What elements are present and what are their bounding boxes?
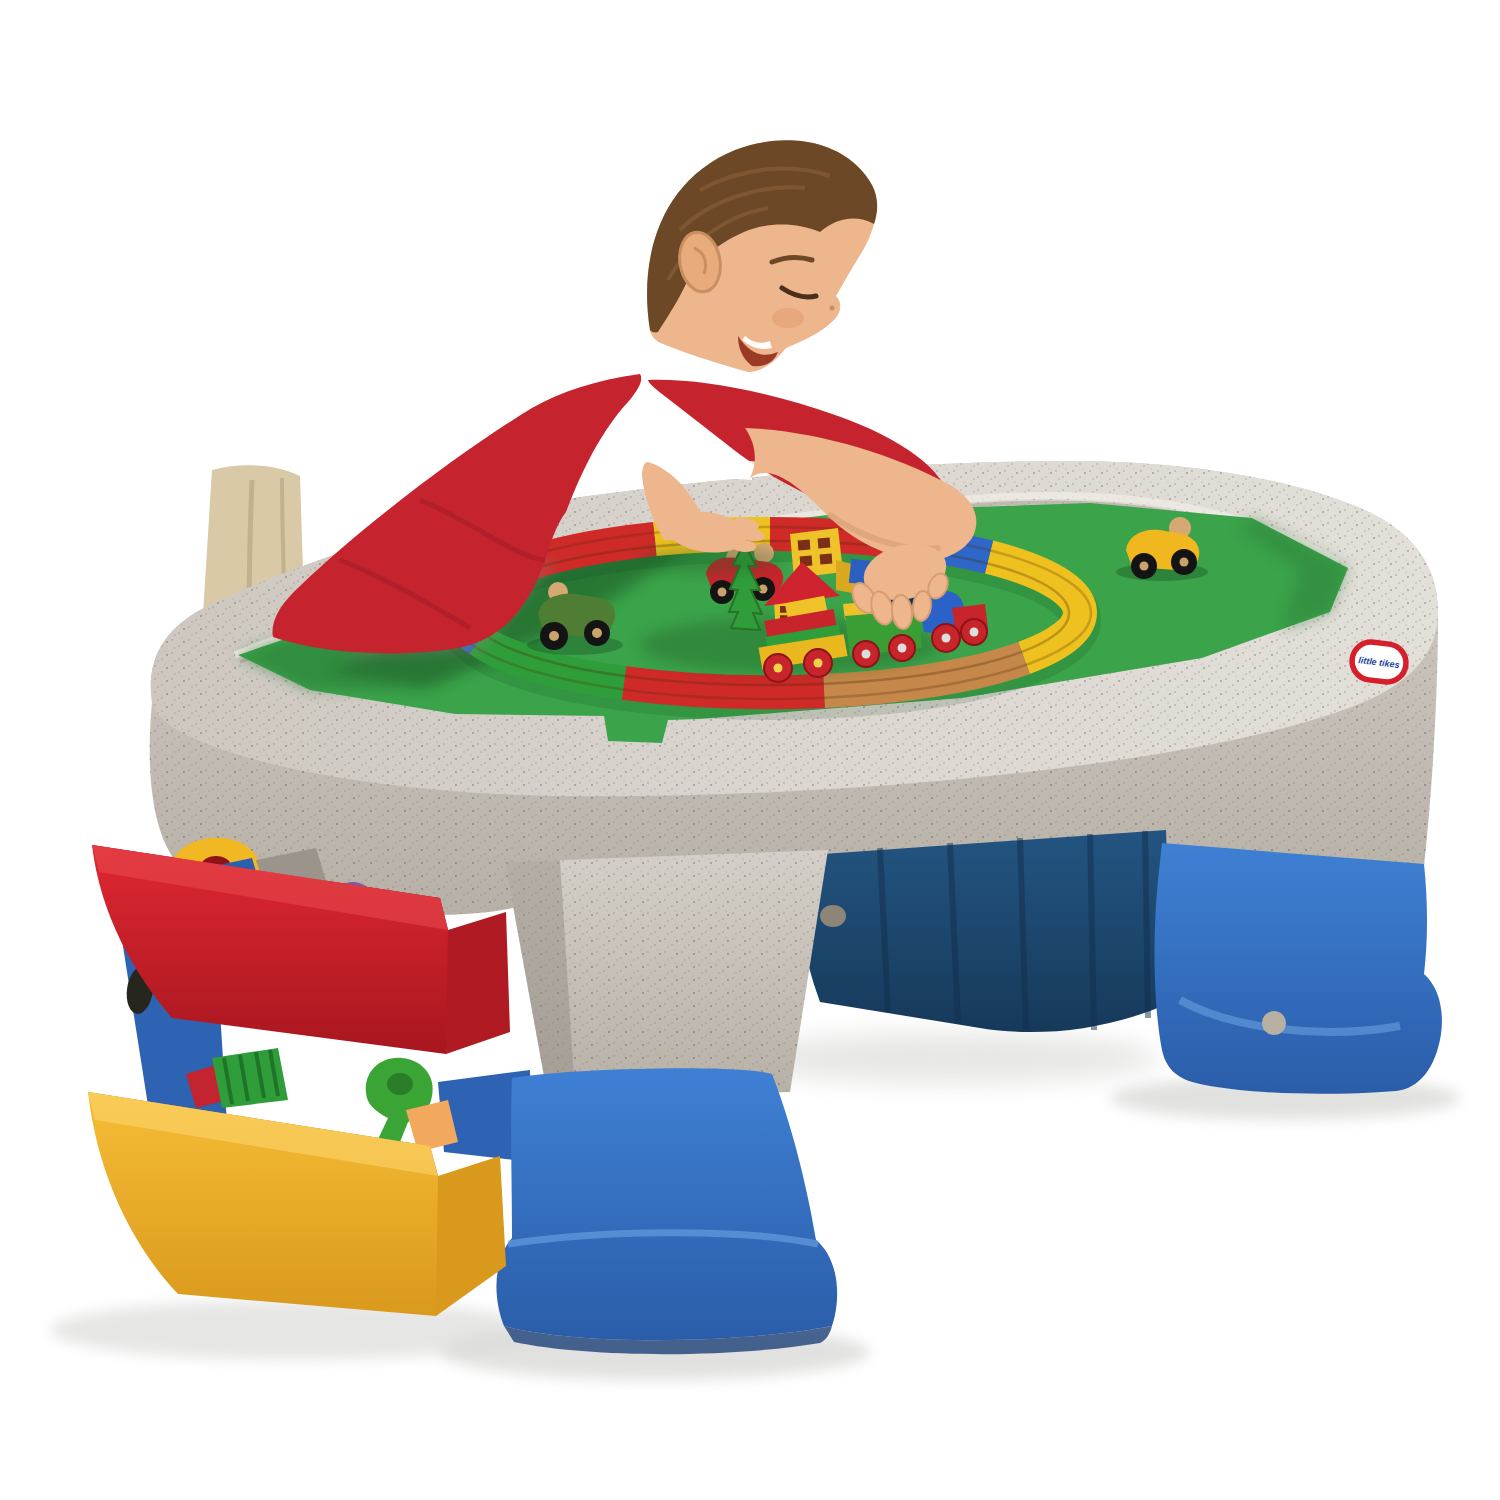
wheel-hub	[970, 628, 979, 637]
shadow-under-bins	[50, 1300, 540, 1360]
panel-shape	[795, 830, 1172, 1032]
shadow-under-table	[740, 1032, 1160, 1084]
wheel-hub	[718, 588, 727, 597]
wheel-hub	[942, 634, 951, 643]
nostril	[830, 306, 835, 311]
wheel-hub	[1180, 558, 1189, 567]
panel-adjuster-dot	[820, 905, 846, 927]
inner-leg-panel	[795, 830, 1172, 1032]
brand-logo: little tikes	[1350, 640, 1408, 684]
product-photo: little tikes	[0, 0, 1500, 1500]
wheel-hub	[592, 628, 602, 638]
wheel-hub	[549, 631, 559, 641]
wheel-hub	[774, 664, 783, 673]
right-leg-adjuster-dot	[1262, 1011, 1286, 1035]
wheel-hub	[898, 644, 907, 653]
cheek	[772, 308, 804, 328]
wheel-hub	[1140, 562, 1149, 571]
right-leg-shape	[1155, 843, 1442, 1094]
red-bin-side	[446, 912, 510, 1054]
wheel-hub	[862, 650, 871, 659]
wrench-notch	[387, 1073, 413, 1095]
right-leg	[1155, 843, 1442, 1094]
yellow-bin-side	[436, 1156, 506, 1316]
wheel-hub	[814, 659, 823, 668]
center-foot	[496, 1068, 837, 1340]
